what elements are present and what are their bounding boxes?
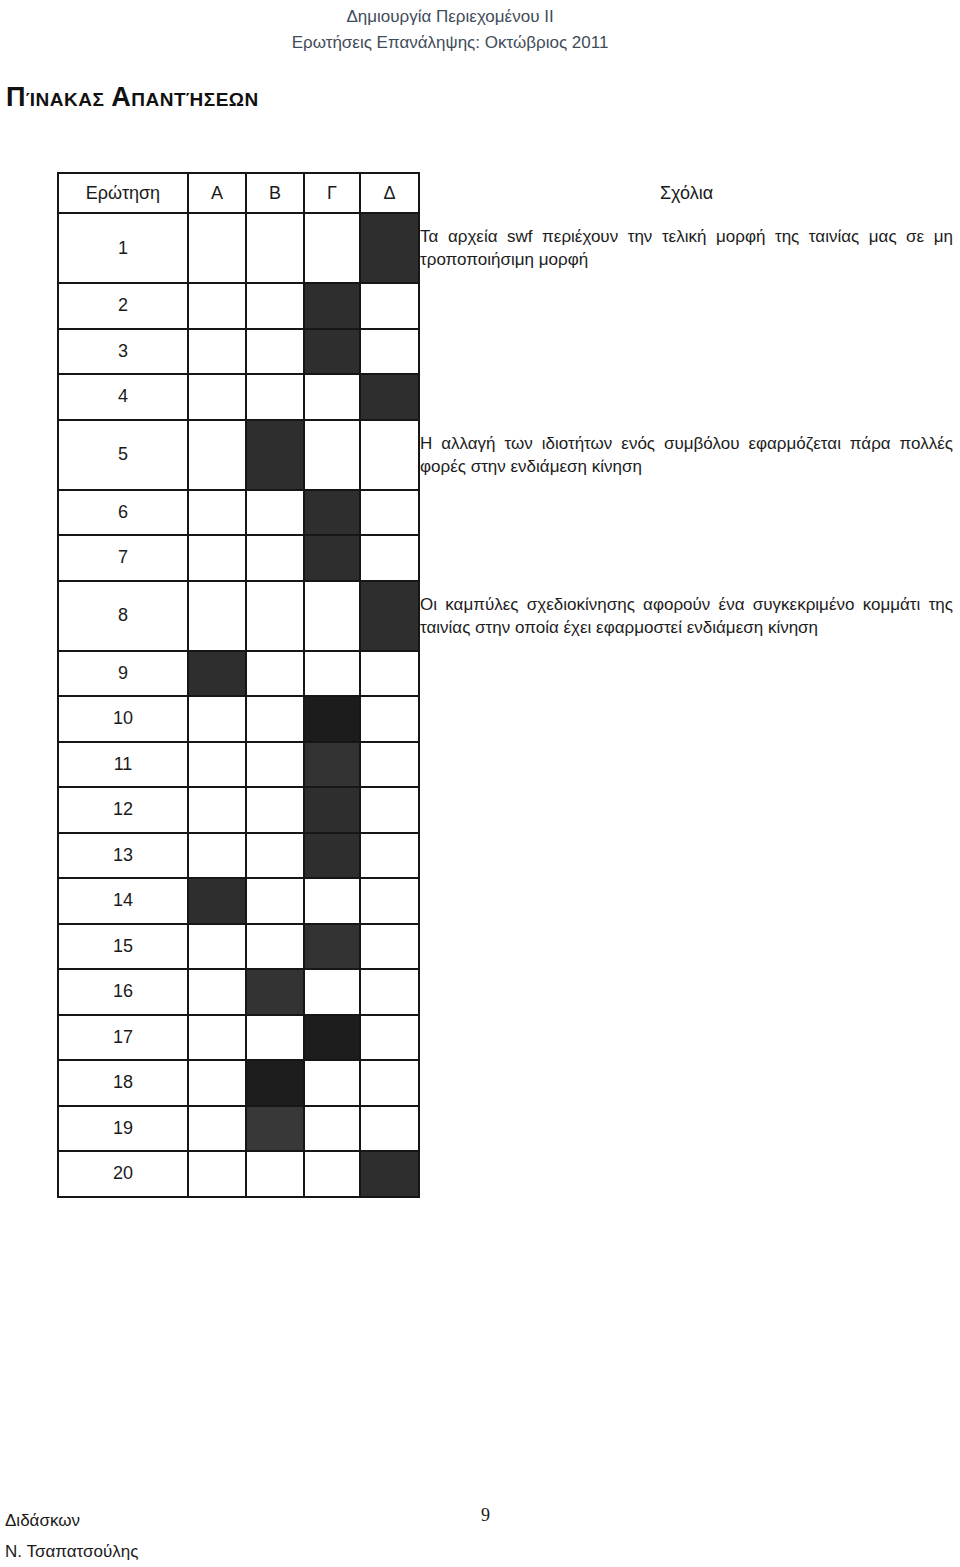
question-number: 8 <box>58 581 188 651</box>
answer-cell-Γ <box>304 878 360 924</box>
answer-table: Ερώτηση Α Β Γ Δ Σχόλια 1Τα αρχεία swf πε… <box>57 172 955 1198</box>
answer-row-9: 9 <box>58 651 954 697</box>
answer-row-8: 8Οι καμπύλες σχεδιοκίνησης αφορούν ένα σ… <box>58 581 954 651</box>
answer-cell-Δ <box>360 535 419 581</box>
answer-cell-Α <box>188 329 246 375</box>
question-number: 7 <box>58 535 188 581</box>
answer-cell-Γ <box>304 1106 360 1152</box>
comment-cell <box>419 1106 954 1152</box>
answer-cell-Α <box>188 283 246 329</box>
answer-mark-Γ <box>304 696 360 742</box>
answer-cell-Δ <box>360 742 419 788</box>
answer-cell-Γ <box>304 651 360 697</box>
comment-cell <box>419 787 954 833</box>
answer-cell-Β <box>246 374 304 420</box>
answer-row-3: 3 <box>58 329 954 375</box>
comment-cell <box>419 878 954 924</box>
answer-mark-Α <box>188 651 246 697</box>
question-number: 11 <box>58 742 188 788</box>
question-number: 12 <box>58 787 188 833</box>
comment-cell <box>419 833 954 879</box>
answer-cell-Γ <box>304 374 360 420</box>
answer-cell-Δ <box>360 329 419 375</box>
comment-cell <box>419 1151 954 1197</box>
answer-mark-Γ <box>304 1015 360 1061</box>
comment-cell: Η αλλαγή των ιδιοτήτων ενός συμβόλου εφα… <box>419 420 954 490</box>
comment-cell <box>419 374 954 420</box>
question-number: 15 <box>58 924 188 970</box>
answer-mark-Α <box>188 878 246 924</box>
answer-row-10: 10 <box>58 696 954 742</box>
comment-cell <box>419 924 954 970</box>
comment-cell <box>419 696 954 742</box>
document-subtitle: Ερωτήσεις Επανάληψης: Οκτώβριος 2011 <box>0 30 900 56</box>
answer-row-20: 20 <box>58 1151 954 1197</box>
comments-column-header: Σχόλια <box>419 173 954 213</box>
answer-row-6: 6 <box>58 490 954 536</box>
answer-cell-Γ <box>304 581 360 651</box>
answer-cell-Α <box>188 420 246 490</box>
option-column-header-D: Δ <box>360 173 419 213</box>
answer-row-11: 11 <box>58 742 954 788</box>
answer-cell-Α <box>188 924 246 970</box>
answer-cell-Α <box>188 1015 246 1061</box>
answer-row-5: 5Η αλλαγή των ιδιοτήτων ενός συμβόλου εφ… <box>58 420 954 490</box>
question-number: 9 <box>58 651 188 697</box>
question-column-header: Ερώτηση <box>58 173 188 213</box>
answer-mark-Β <box>246 420 304 490</box>
question-number: 16 <box>58 969 188 1015</box>
section-title: Πίνακας Απαντήσεων <box>6 82 259 113</box>
page-number: 9 <box>481 1505 490 1526</box>
comment-cell <box>419 490 954 536</box>
answer-cell-Β <box>246 742 304 788</box>
answer-cell-Β <box>246 490 304 536</box>
answer-row-18: 18 <box>58 1060 954 1106</box>
answer-cell-Α <box>188 742 246 788</box>
answer-row-19: 19 <box>58 1106 954 1152</box>
answer-cell-Β <box>246 213 304 283</box>
answer-table-header-row: Ερώτηση Α Β Γ Δ Σχόλια <box>58 173 954 213</box>
answer-cell-Δ <box>360 420 419 490</box>
answer-row-16: 16 <box>58 969 954 1015</box>
question-number: 5 <box>58 420 188 490</box>
question-number: 2 <box>58 283 188 329</box>
answer-cell-Β <box>246 581 304 651</box>
question-number: 17 <box>58 1015 188 1061</box>
question-number: 18 <box>58 1060 188 1106</box>
answer-cell-Δ <box>360 1106 419 1152</box>
answer-mark-Γ <box>304 283 360 329</box>
answer-row-15: 15 <box>58 924 954 970</box>
answer-cell-Γ <box>304 420 360 490</box>
answer-row-1: 1Τα αρχεία swf περιέχουν την τελική μορφ… <box>58 213 954 283</box>
answer-mark-Γ <box>304 535 360 581</box>
option-column-header-B: Β <box>246 173 304 213</box>
answer-cell-Β <box>246 1015 304 1061</box>
answer-cell-Β <box>246 1151 304 1197</box>
answer-row-7: 7 <box>58 535 954 581</box>
question-number: 14 <box>58 878 188 924</box>
answer-cell-Β <box>246 329 304 375</box>
answer-mark-Γ <box>304 924 360 970</box>
question-number: 1 <box>58 213 188 283</box>
answer-mark-Δ <box>360 213 419 283</box>
answer-cell-Α <box>188 581 246 651</box>
answer-row-2: 2 <box>58 283 954 329</box>
answer-row-13: 13 <box>58 833 954 879</box>
answer-cell-Γ <box>304 213 360 283</box>
question-number: 20 <box>58 1151 188 1197</box>
answer-cell-Α <box>188 833 246 879</box>
answer-mark-Δ <box>360 1151 419 1197</box>
answer-cell-Α <box>188 1106 246 1152</box>
comment-cell <box>419 969 954 1015</box>
answer-row-12: 12 <box>58 787 954 833</box>
answer-cell-Γ <box>304 1151 360 1197</box>
comment-cell <box>419 742 954 788</box>
answer-cell-Β <box>246 696 304 742</box>
answer-cell-Γ <box>304 969 360 1015</box>
question-number: 3 <box>58 329 188 375</box>
answer-cell-Δ <box>360 696 419 742</box>
document-page: Δημιουργία Περιεχομένου ΙΙ Ερωτήσεις Επα… <box>0 0 960 1567</box>
comment-cell <box>419 651 954 697</box>
comment-cell <box>419 1060 954 1106</box>
answer-cell-Α <box>188 787 246 833</box>
answer-mark-Γ <box>304 787 360 833</box>
answer-mark-Β <box>246 1060 304 1106</box>
answer-mark-Γ <box>304 833 360 879</box>
comment-cell <box>419 535 954 581</box>
answer-cell-Β <box>246 535 304 581</box>
answer-cell-Δ <box>360 651 419 697</box>
footer-instructor-name: Ν. Τσαπατσούλης <box>5 1542 138 1562</box>
question-number: 10 <box>58 696 188 742</box>
question-number: 19 <box>58 1106 188 1152</box>
answer-cell-Δ <box>360 878 419 924</box>
comment-cell: Οι καμπύλες σχεδιοκίνησης αφορούν ένα συ… <box>419 581 954 651</box>
question-number: 4 <box>58 374 188 420</box>
answer-cell-Δ <box>360 490 419 536</box>
document-header: Δημιουργία Περιεχομένου ΙΙ Ερωτήσεις Επα… <box>0 4 900 56</box>
answer-cell-Δ <box>360 924 419 970</box>
answer-mark-Β <box>246 969 304 1015</box>
answer-row-17: 17 <box>58 1015 954 1061</box>
answer-mark-Δ <box>360 374 419 420</box>
comment-cell <box>419 329 954 375</box>
answer-row-14: 14 <box>58 878 954 924</box>
answer-cell-Δ <box>360 283 419 329</box>
answer-cell-Γ <box>304 1060 360 1106</box>
answer-cell-Α <box>188 696 246 742</box>
answer-cell-Β <box>246 283 304 329</box>
answer-cell-Α <box>188 535 246 581</box>
answer-cell-Α <box>188 213 246 283</box>
comment-cell <box>419 1015 954 1061</box>
answer-cell-Α <box>188 1060 246 1106</box>
question-number: 13 <box>58 833 188 879</box>
answer-cell-Β <box>246 833 304 879</box>
answer-cell-Δ <box>360 833 419 879</box>
answer-mark-Δ <box>360 581 419 651</box>
footer-instructor-label: Διδάσκων <box>5 1511 80 1531</box>
answer-cell-Δ <box>360 787 419 833</box>
answer-mark-Γ <box>304 490 360 536</box>
answer-row-4: 4 <box>58 374 954 420</box>
option-column-header-G: Γ <box>304 173 360 213</box>
answer-cell-Β <box>246 878 304 924</box>
answer-mark-Γ <box>304 742 360 788</box>
comment-cell <box>419 283 954 329</box>
course-title: Δημιουργία Περιεχομένου ΙΙ <box>0 4 900 30</box>
answer-cell-Β <box>246 787 304 833</box>
answer-mark-Γ <box>304 329 360 375</box>
answer-mark-Β <box>246 1106 304 1152</box>
answer-cell-Α <box>188 374 246 420</box>
option-column-header-A: Α <box>188 173 246 213</box>
comment-cell: Τα αρχεία swf περιέχουν την τελική μορφή… <box>419 213 954 283</box>
answer-cell-Α <box>188 969 246 1015</box>
answer-cell-Δ <box>360 1060 419 1106</box>
answer-cell-Δ <box>360 1015 419 1061</box>
answer-cell-Β <box>246 651 304 697</box>
answer-cell-Α <box>188 1151 246 1197</box>
answer-cell-Α <box>188 490 246 536</box>
answer-cell-Δ <box>360 969 419 1015</box>
question-number: 6 <box>58 490 188 536</box>
answer-cell-Β <box>246 924 304 970</box>
